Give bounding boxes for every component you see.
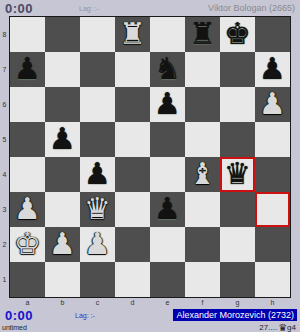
square-d8[interactable]: ♜ <box>115 17 150 52</box>
piece-black-queen-g4[interactable]: ♛ <box>220 157 255 192</box>
piece-black-pawn-e3[interactable]: ♟ <box>150 192 185 227</box>
piece-black-pawn-c4[interactable]: ♟ <box>80 157 115 192</box>
top-clock: 0:00 <box>5 1 33 16</box>
square-b3[interactable] <box>45 192 80 227</box>
piece-black-knight-e7[interactable]: ♞ <box>150 52 185 87</box>
piece-black-rook-f8[interactable]: ♜ <box>185 17 220 52</box>
piece-black-pawn-h7[interactable]: ♟ <box>255 52 290 87</box>
square-a7[interactable]: ♟ <box>10 52 45 87</box>
piece-black-pawn-a7[interactable]: ♟ <box>10 52 45 87</box>
file-labels: abcdefgh <box>10 298 300 307</box>
square-h1[interactable] <box>255 262 290 297</box>
move-number: 27.... <box>259 323 277 332</box>
square-c7[interactable] <box>80 52 115 87</box>
square-c2[interactable]: ♟ <box>80 227 115 262</box>
piece-white-rook-d8[interactable]: ♜ <box>115 17 150 52</box>
square-d7[interactable] <box>115 52 150 87</box>
piece-white-pawn-b2[interactable]: ♟ <box>45 227 80 262</box>
square-h7[interactable]: ♟ <box>255 52 290 87</box>
time-control-label: untimed <box>2 324 27 331</box>
rank-label-8: 8 <box>0 17 9 52</box>
rank-label-5: 5 <box>0 122 9 157</box>
square-f4[interactable]: ♝ <box>185 157 220 192</box>
piece-white-pawn-c2[interactable]: ♟ <box>80 227 115 262</box>
rank-label-7: 7 <box>0 52 9 87</box>
square-e2[interactable] <box>150 227 185 262</box>
square-e8[interactable] <box>150 17 185 52</box>
square-f8[interactable]: ♜ <box>185 17 220 52</box>
piece-black-pawn-b5[interactable]: ♟ <box>45 122 80 157</box>
rank-label-3: 3 <box>0 192 9 227</box>
file-label-h: h <box>255 299 290 306</box>
square-f3[interactable] <box>185 192 220 227</box>
square-h6[interactable]: ♟ <box>255 87 290 122</box>
piece-black-pawn-e6[interactable]: ♟ <box>150 87 185 122</box>
square-c6[interactable] <box>80 87 115 122</box>
file-label-d: d <box>115 299 150 306</box>
square-f5[interactable] <box>185 122 220 157</box>
square-a6[interactable] <box>10 87 45 122</box>
square-f2[interactable] <box>185 227 220 262</box>
square-g1[interactable] <box>220 262 255 297</box>
square-b5[interactable]: ♟ <box>45 122 80 157</box>
square-a3[interactable]: ♟ <box>10 192 45 227</box>
move-square: g4 <box>287 323 296 332</box>
rank-label-2: 2 <box>0 227 9 262</box>
top-player-bar: 0:00 Lag: :- Viktor Bologan (2665) <box>0 0 300 16</box>
square-b6[interactable] <box>45 87 80 122</box>
square-e5[interactable] <box>150 122 185 157</box>
square-d5[interactable] <box>115 122 150 157</box>
status-line: untimed 27.... ♛ g4 <box>0 322 300 332</box>
piece-white-pawn-a3[interactable]: ♟ <box>10 192 45 227</box>
piece-white-bishop-f4[interactable]: ♝ <box>185 157 220 192</box>
piece-white-pawn-h6[interactable]: ♟ <box>255 87 290 122</box>
file-label-g: g <box>220 299 255 306</box>
square-h4[interactable] <box>255 157 290 192</box>
bottom-clock: 0:00 <box>5 308 33 323</box>
rank-label-4: 4 <box>0 157 9 192</box>
bottom-player-bar: 0:00 Lag: :- Alexander Morozevich (2732) <box>0 308 300 322</box>
queen-icon: ♛ <box>278 323 287 332</box>
square-e1[interactable] <box>150 262 185 297</box>
square-g8[interactable]: ♚ <box>220 17 255 52</box>
square-b7[interactable] <box>45 52 80 87</box>
file-label-b: b <box>45 299 80 306</box>
square-d1[interactable] <box>115 262 150 297</box>
square-e7[interactable]: ♞ <box>150 52 185 87</box>
board-zone: 87654321 ♜♜♚♟♞♟♟♟♟♟♝♛♟♛♟♚♟♟ <box>0 16 300 298</box>
file-label-e: e <box>150 299 185 306</box>
square-e3[interactable]: ♟ <box>150 192 185 227</box>
square-c1[interactable] <box>80 262 115 297</box>
square-f1[interactable] <box>185 262 220 297</box>
square-f6[interactable] <box>185 87 220 122</box>
last-move-indicator: 27.... ♛ g4 <box>259 323 296 332</box>
square-d3[interactable] <box>115 192 150 227</box>
square-a4[interactable] <box>10 157 45 192</box>
square-a1[interactable] <box>10 262 45 297</box>
square-g3[interactable] <box>220 192 255 227</box>
top-player-name: Viktor Bologan (2665) <box>208 3 295 13</box>
square-a8[interactable] <box>10 17 45 52</box>
file-label-a: a <box>10 299 45 306</box>
square-c4[interactable]: ♟ <box>80 157 115 192</box>
square-g6[interactable] <box>220 87 255 122</box>
chess-client-window: 0:00 Lag: :- Viktor Bologan (2665) 87654… <box>0 0 300 332</box>
square-c8[interactable] <box>80 17 115 52</box>
square-g7[interactable] <box>220 52 255 87</box>
piece-white-king-a2[interactable]: ♚ <box>10 227 45 262</box>
rank-label-1: 1 <box>0 262 9 297</box>
square-a5[interactable] <box>10 122 45 157</box>
square-g4[interactable]: ♛ <box>220 157 255 192</box>
square-b4[interactable] <box>45 157 80 192</box>
square-a2[interactable]: ♚ <box>10 227 45 262</box>
square-g5[interactable] <box>220 122 255 157</box>
square-d2[interactable] <box>115 227 150 262</box>
rank-label-6: 6 <box>0 87 9 122</box>
file-label-f: f <box>185 299 220 306</box>
file-label-c: c <box>80 299 115 306</box>
piece-white-queen-c3[interactable]: ♛ <box>80 192 115 227</box>
top-lag-label: Lag: :- <box>79 5 99 12</box>
square-b2[interactable]: ♟ <box>45 227 80 262</box>
square-c3[interactable]: ♛ <box>80 192 115 227</box>
square-h3[interactable] <box>255 192 290 227</box>
square-e6[interactable]: ♟ <box>150 87 185 122</box>
square-d4[interactable] <box>115 157 150 192</box>
piece-black-king-g8[interactable]: ♚ <box>220 17 255 52</box>
square-g2[interactable] <box>220 227 255 262</box>
board[interactable]: ♜♜♚♟♞♟♟♟♟♟♝♛♟♛♟♚♟♟ <box>9 16 291 298</box>
square-b8[interactable] <box>45 17 80 52</box>
square-h5[interactable] <box>255 122 290 157</box>
square-h2[interactable] <box>255 227 290 262</box>
rank-labels: 87654321 <box>0 16 9 298</box>
square-b1[interactable] <box>45 262 80 297</box>
square-e4[interactable] <box>150 157 185 192</box>
square-c5[interactable] <box>80 122 115 157</box>
bottom-lag-label: Lag: :- <box>75 312 95 319</box>
bottom-player-name[interactable]: Alexander Morozevich (2732) <box>173 309 297 321</box>
square-h8[interactable] <box>255 17 290 52</box>
square-d6[interactable] <box>115 87 150 122</box>
square-f7[interactable] <box>185 52 220 87</box>
